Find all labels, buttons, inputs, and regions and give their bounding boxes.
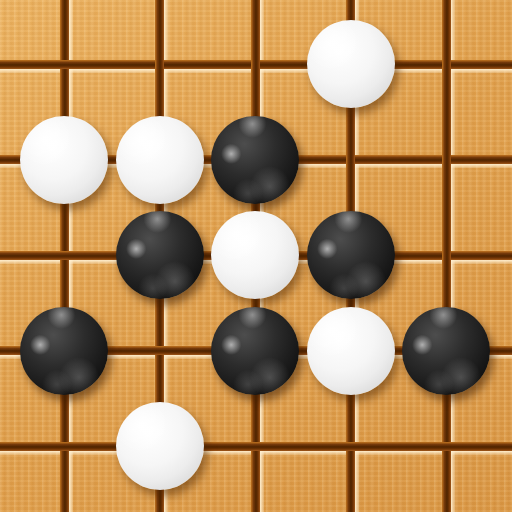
intersection-r4c3[interactable] — [329, 424, 373, 468]
intersection-r3c1[interactable] — [138, 329, 182, 373]
intersection-r1c4[interactable] — [424, 138, 468, 182]
intersection-r4c4[interactable] — [424, 424, 468, 468]
intersection-r1c3[interactable] — [329, 138, 373, 182]
intersection-r0c4[interactable] — [424, 42, 468, 86]
intersection-r0c1[interactable] — [138, 42, 182, 86]
stone-black-r1c2 — [211, 116, 299, 204]
stone-white-r4c1 — [116, 402, 204, 490]
stone-white-r1c0 — [20, 116, 108, 204]
stone-white-r2c2 — [211, 211, 299, 299]
intersection-r4c2[interactable] — [233, 424, 277, 468]
stone-white-r0c3 — [307, 20, 395, 108]
stone-black-r3c2 — [211, 307, 299, 395]
stone-black-r2c1 — [116, 211, 204, 299]
intersection-r0c0[interactable] — [42, 42, 86, 86]
stone-white-r3c3 — [307, 307, 395, 395]
stone-black-r3c4 — [402, 307, 490, 395]
intersection-r0c2[interactable] — [233, 42, 277, 86]
stone-black-r3c0 — [20, 307, 108, 395]
intersection-r2c0[interactable] — [42, 233, 86, 277]
stone-white-r1c1 — [116, 116, 204, 204]
intersection-r4c0[interactable] — [42, 424, 86, 468]
stone-black-r2c3 — [307, 211, 395, 299]
go-board — [0, 0, 512, 512]
intersection-r2c4[interactable] — [424, 233, 468, 277]
